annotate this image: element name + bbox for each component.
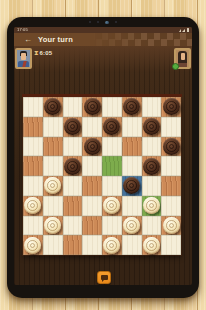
sensor-dot-icon	[89, 21, 91, 23]
square-b5[interactable]	[43, 156, 63, 176]
front-camera-icon	[105, 21, 109, 25]
square-e2[interactable]	[102, 216, 122, 236]
square-e1[interactable]	[102, 235, 122, 255]
square-d7[interactable]	[82, 117, 102, 137]
dark-piece[interactable]	[123, 98, 140, 115]
square-f6[interactable]	[122, 137, 142, 157]
square-c8[interactable]	[63, 97, 83, 117]
light-piece[interactable]	[123, 217, 140, 234]
square-c2[interactable]	[63, 216, 83, 236]
square-d2[interactable]	[82, 216, 102, 236]
light-piece[interactable]	[44, 177, 61, 194]
square-f7[interactable]	[122, 117, 142, 137]
light-piece[interactable]	[24, 237, 41, 254]
square-g4[interactable]	[142, 176, 162, 196]
square-b7[interactable]	[43, 117, 63, 137]
square-h6[interactable]	[161, 137, 181, 157]
light-piece[interactable]	[103, 237, 120, 254]
square-d8[interactable]	[82, 97, 102, 117]
light-piece[interactable]	[103, 197, 120, 214]
square-b3[interactable]	[43, 196, 63, 216]
dark-piece[interactable]	[103, 118, 120, 135]
square-e3[interactable]	[102, 196, 122, 216]
avatar-face	[21, 53, 26, 60]
player-avatar-left[interactable]	[15, 48, 32, 69]
square-g1[interactable]	[142, 235, 162, 255]
square-a8[interactable]	[23, 97, 43, 117]
square-c5[interactable]	[63, 156, 83, 176]
dark-piece[interactable]	[143, 118, 160, 135]
light-piece[interactable]	[163, 217, 180, 234]
square-d6[interactable]	[82, 137, 102, 157]
square-a6[interactable]	[23, 137, 43, 157]
dark-piece[interactable]	[84, 138, 101, 155]
square-b8[interactable]	[43, 97, 63, 117]
square-f1[interactable]	[122, 235, 142, 255]
square-h1[interactable]	[161, 235, 181, 255]
player-avatar-right[interactable]	[174, 48, 191, 69]
square-h7[interactable]	[161, 117, 181, 137]
sensor-dot-icon	[97, 21, 99, 23]
male-avatar-image	[17, 50, 30, 67]
dark-piece[interactable]	[123, 177, 140, 194]
dark-piece[interactable]	[84, 98, 101, 115]
square-b4[interactable]	[43, 176, 63, 196]
square-c7[interactable]	[63, 117, 83, 137]
board	[23, 97, 181, 255]
chat-button[interactable]	[97, 271, 111, 284]
square-b1[interactable]	[43, 235, 63, 255]
square-g7[interactable]	[142, 117, 162, 137]
dark-piece[interactable]	[64, 118, 81, 135]
sensor-dot-icon	[115, 21, 117, 23]
square-g6[interactable]	[142, 137, 162, 157]
square-a1[interactable]	[23, 235, 43, 255]
square-e5[interactable]	[102, 156, 122, 176]
dark-piece[interactable]	[64, 158, 81, 175]
square-e4[interactable]	[102, 176, 122, 196]
square-f2[interactable]	[122, 216, 142, 236]
square-a4[interactable]	[23, 176, 43, 196]
chat-bubble-icon	[101, 275, 108, 280]
square-f3[interactable]	[122, 196, 142, 216]
square-d5[interactable]	[82, 156, 102, 176]
light-piece[interactable]	[24, 197, 41, 214]
camera-cluster	[7, 21, 199, 25]
battery-icon	[187, 28, 190, 32]
app-screen: 17:05 ← Your turn	[14, 27, 192, 285]
tablet-frame: 17:05 ← Your turn	[7, 17, 199, 298]
status-icons	[179, 28, 190, 32]
dark-piece[interactable]	[44, 98, 61, 115]
dark-piece[interactable]	[163, 98, 180, 115]
wifi-icon	[182, 29, 185, 32]
square-e8[interactable]	[102, 97, 122, 117]
hourglass-icon: ⧗	[34, 50, 39, 57]
square-g5[interactable]	[142, 156, 162, 176]
square-a3[interactable]	[23, 196, 43, 216]
square-g3[interactable]	[142, 196, 162, 216]
square-b2[interactable]	[43, 216, 63, 236]
desk-background: 17:05 ← Your turn	[0, 0, 206, 310]
square-h8[interactable]	[161, 97, 181, 117]
light-piece[interactable]	[44, 217, 61, 234]
square-d1[interactable]	[82, 235, 102, 255]
timer-value: 6:05	[40, 50, 53, 56]
signal-icon	[179, 29, 181, 32]
app-bar: ← Your turn	[14, 33, 192, 46]
online-status-badge	[172, 63, 179, 70]
square-d4[interactable]	[82, 176, 102, 196]
square-f5[interactable]	[122, 156, 142, 176]
square-h3[interactable]	[161, 196, 181, 216]
square-h5[interactable]	[161, 156, 181, 176]
light-piece[interactable]	[143, 237, 160, 254]
players-panel: ⧗ 6:05	[14, 46, 192, 72]
avatar-shirt	[18, 61, 29, 67]
square-a5[interactable]	[23, 156, 43, 176]
square-h2[interactable]	[161, 216, 181, 236]
dark-piece[interactable]	[143, 158, 160, 175]
square-c4[interactable]	[63, 176, 83, 196]
square-g2[interactable]	[142, 216, 162, 236]
page-title: Your turn	[38, 35, 73, 44]
square-a2[interactable]	[23, 216, 43, 236]
square-d3[interactable]	[82, 196, 102, 216]
square-e6[interactable]	[102, 137, 122, 157]
status-time: 17:05	[17, 28, 28, 32]
avatar-face	[181, 53, 185, 60]
square-f4[interactable]	[122, 176, 142, 196]
square-f8[interactable]	[122, 97, 142, 117]
move-timer: ⧗ 6:05	[34, 50, 52, 57]
avatar-shirt	[178, 63, 187, 67]
square-c1[interactable]	[63, 235, 83, 255]
dark-piece[interactable]	[163, 138, 180, 155]
square-e7[interactable]	[102, 117, 122, 137]
square-h4[interactable]	[161, 176, 181, 196]
square-g8[interactable]	[142, 97, 162, 117]
square-c3[interactable]	[63, 196, 83, 216]
light-piece[interactable]	[143, 197, 160, 214]
square-b6[interactable]	[43, 137, 63, 157]
back-button[interactable]: ←	[24, 36, 32, 44]
square-a7[interactable]	[23, 117, 43, 137]
square-c6[interactable]	[63, 137, 83, 157]
